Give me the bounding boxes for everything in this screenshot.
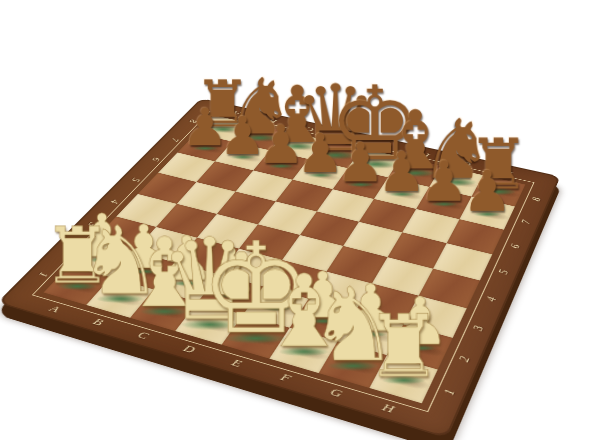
rank-label-left-7: 7 <box>168 137 181 142</box>
rank-label-left-6: 6 <box>149 157 163 163</box>
rank-label-right-4: 4 <box>482 294 498 302</box>
chess-board-3d: AABBCCDDEEFFGGHH1122334455667788 ♜♞♝♛♚♝♞… <box>0 98 561 438</box>
rank-label-left-5: 5 <box>128 177 142 183</box>
file-label-front-g: G <box>329 385 346 398</box>
file-label-front-h: H <box>381 401 398 415</box>
rank-label-right-8: 8 <box>528 195 542 201</box>
file-label-front-c: C <box>136 329 152 340</box>
chess-photo-scene: AABBCCDDEEFFGGHH1122334455667788 ♜♞♝♛♚♝♞… <box>0 0 600 440</box>
file-label-front-b: B <box>92 316 108 327</box>
rank-label-right-2: 2 <box>454 354 471 363</box>
file-label-front-a: A <box>48 303 64 314</box>
product-photo: AABBCCDDEEFFGGHH1122334455667788 ♜♞♝♛♚♝♞… <box>0 0 600 440</box>
rank-label-right-1: 1 <box>439 386 456 396</box>
piece-glyph: ♜ <box>365 302 443 389</box>
file-label-front-f: F <box>279 371 295 383</box>
piece-white-rook-h1: ♜ <box>365 302 443 389</box>
file-label-front-d: D <box>182 342 199 354</box>
rank-label-right-3: 3 <box>468 323 484 332</box>
rank-label-right-6: 6 <box>506 242 521 249</box>
rank-label-right-7: 7 <box>517 218 531 225</box>
rank-label-right-5: 5 <box>494 267 509 275</box>
file-label-front-e: E <box>230 356 246 368</box>
